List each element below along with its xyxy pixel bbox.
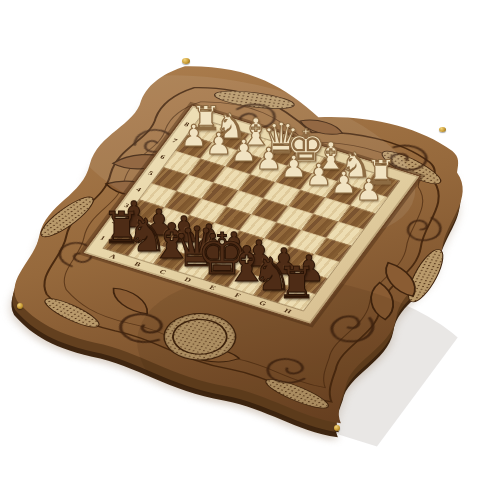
- chess-piece-white-pawn[interactable]: ♟: [205, 129, 232, 159]
- chess-piece-white-pawn[interactable]: ♟: [330, 168, 357, 198]
- chess-piece-white-pawn[interactable]: ♟: [180, 121, 207, 151]
- chess-piece-white-pawn[interactable]: ♟: [255, 144, 282, 174]
- brass-foot-bottom: [334, 425, 340, 431]
- chess-piece-white-pawn[interactable]: ♟: [305, 160, 332, 190]
- product-photo-stage: 12345678ABCDEFGH ♜♞♝♛♚♝♞♜♟♟♟♟♟♟♟♟♟♟♟♟♟♟♟…: [0, 0, 500, 500]
- chess-piece-white-pawn[interactable]: ♟: [230, 137, 257, 167]
- chess-piece-black-rook[interactable]: ♜: [277, 261, 316, 305]
- brass-hinge-top: [182, 58, 190, 64]
- brass-hinge-right: [439, 127, 446, 132]
- brass-foot-left: [17, 303, 23, 309]
- chess-piece-white-pawn[interactable]: ♟: [355, 176, 382, 206]
- chess-piece-white-pawn[interactable]: ♟: [280, 152, 307, 182]
